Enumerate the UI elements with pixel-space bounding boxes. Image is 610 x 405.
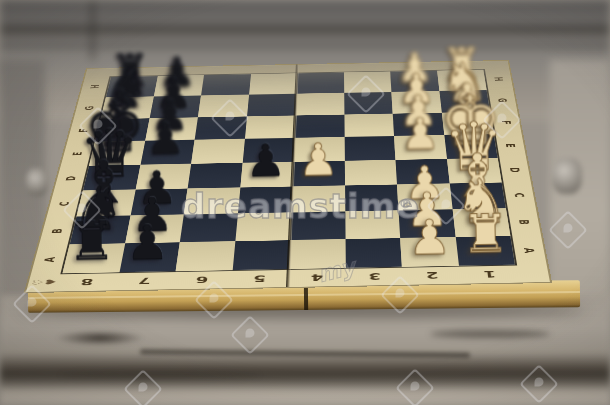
file-label-g-right: G bbox=[476, 94, 529, 106]
rank-label-8: 8 bbox=[56, 273, 117, 291]
square-h4 bbox=[296, 72, 344, 93]
square-d2 bbox=[395, 159, 449, 185]
square-g4 bbox=[295, 93, 344, 115]
square-h2: ♟ bbox=[390, 71, 439, 92]
rank-label-2: 2 bbox=[403, 267, 462, 285]
file-label-c-left: C bbox=[34, 197, 94, 211]
square-c2: ♟ bbox=[397, 183, 452, 210]
file-label-b-right: B bbox=[494, 215, 554, 230]
square-b4 bbox=[290, 212, 345, 240]
square-f5 bbox=[245, 115, 296, 139]
square-a2: ♟ bbox=[400, 237, 458, 267]
square-c4 bbox=[291, 185, 345, 212]
square-g5 bbox=[247, 94, 297, 116]
file-label-f-left: F bbox=[56, 124, 111, 136]
file-label-d-left: D bbox=[42, 172, 100, 185]
file-label-d-right: D bbox=[487, 163, 544, 176]
board-plane: ♜♟♟♜♞♟♟♞♝♟♟♝♚♟♟♚♛♟♟♛♝♟♟♝♞♟♟♞♜♟♟♜ 8765432… bbox=[26, 61, 550, 292]
square-g6 bbox=[198, 95, 249, 117]
file-label-h-right: H bbox=[473, 73, 525, 84]
square-e4 bbox=[293, 137, 344, 162]
square-c5 bbox=[237, 186, 292, 213]
square-f4 bbox=[294, 114, 344, 137]
piece-white-pawn-h2: ♟ bbox=[396, 48, 433, 89]
square-e7: ♟ bbox=[140, 140, 195, 165]
file-label-e-right: E bbox=[483, 139, 538, 152]
square-a8: ♜ bbox=[63, 243, 125, 273]
square-a7: ♟ bbox=[119, 242, 180, 272]
square-f3 bbox=[344, 114, 394, 137]
square-a6 bbox=[176, 241, 235, 271]
square-e2: ♟ bbox=[394, 135, 446, 160]
file-label-h-left: H bbox=[68, 81, 120, 92]
square-d6 bbox=[188, 163, 243, 189]
board-perspective-wrapper: ♜♟♟♜♞♟♟♞♝♟♟♝♚♟♟♚♛♟♟♛♝♟♟♝♞♟♟♞♜♟♟♜ 8765432… bbox=[0, 0, 610, 405]
heart-filled-icon: ♥ bbox=[43, 279, 59, 285]
square-g3 bbox=[344, 92, 393, 114]
square-c1: ♝ bbox=[449, 182, 506, 209]
square-h6 bbox=[201, 74, 251, 96]
square-h7: ♟ bbox=[153, 75, 204, 97]
rank-label-6: 6 bbox=[172, 271, 232, 289]
piece-black-pawn-h7: ♟ bbox=[159, 52, 196, 93]
square-d4: ♟ bbox=[292, 161, 344, 187]
square-d7 bbox=[135, 164, 191, 190]
square-e3 bbox=[344, 136, 395, 161]
file-label-f-right: F bbox=[480, 116, 534, 128]
rank-label-7: 7 bbox=[114, 272, 174, 290]
square-a3 bbox=[345, 238, 402, 268]
square-c6 bbox=[184, 187, 240, 214]
square-f2: ♟ bbox=[393, 113, 444, 136]
square-b7: ♟ bbox=[125, 215, 184, 244]
heart-icon: ♡ ♥ bbox=[30, 276, 59, 289]
square-c3 bbox=[345, 184, 399, 211]
square-b5 bbox=[235, 213, 291, 242]
stock-photo-chess-board: ♜♟♟♜♞♟♟♞♝♟♟♝♚♟♟♚♛♟♟♛♝♟♟♝♞♟♟♞♜♟♟♜ 8765432… bbox=[0, 0, 610, 405]
square-d5: ♟ bbox=[240, 162, 293, 188]
square-e6 bbox=[191, 139, 244, 164]
square-g7: ♟ bbox=[149, 96, 201, 119]
rank-label-1: 1 bbox=[460, 266, 520, 284]
rank-label-5: 5 bbox=[230, 270, 289, 288]
square-b6 bbox=[180, 214, 238, 243]
file-label-a-left: A bbox=[18, 252, 81, 268]
square-f6 bbox=[195, 116, 247, 140]
square-a5 bbox=[232, 240, 290, 270]
rank-label-3: 3 bbox=[346, 268, 404, 286]
rank-label-4: 4 bbox=[288, 269, 346, 287]
square-h3 bbox=[344, 72, 392, 93]
square-b3 bbox=[345, 211, 400, 239]
square-b2: ♟ bbox=[399, 209, 456, 237]
square-c7: ♟ bbox=[130, 188, 187, 215]
square-h5 bbox=[249, 73, 297, 94]
square-f7: ♟ bbox=[145, 117, 198, 141]
square-e5 bbox=[242, 138, 294, 163]
square-d3 bbox=[344, 160, 397, 186]
square-a4 bbox=[289, 239, 346, 269]
file-label-g-left: G bbox=[62, 102, 116, 114]
square-g2: ♟ bbox=[391, 91, 441, 113]
